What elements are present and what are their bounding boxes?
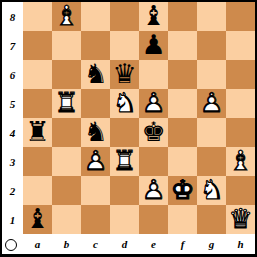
white-to-move-indicator [5, 239, 17, 251]
piece-white-queen[interactable]: ♛♕ [226, 205, 255, 234]
pawn-glyph-outline: ♙ [197, 89, 226, 118]
rank-label-7: 7 [2, 31, 23, 60]
file-label-c: c [81, 234, 110, 254]
king-glyph-outline: ♔ [168, 176, 197, 205]
piece-white-knight[interactable]: ♞♘ [197, 176, 226, 205]
file-label-e: e [139, 234, 168, 254]
square-e7[interactable]: ♟ [139, 31, 168, 60]
square-f6[interactable] [168, 60, 197, 89]
square-b6[interactable] [52, 60, 81, 89]
piece-white-rook[interactable]: ♜♖ [52, 89, 81, 118]
square-e3[interactable] [139, 147, 168, 176]
square-b2[interactable] [52, 176, 81, 205]
square-h5[interactable] [226, 89, 255, 118]
square-h2[interactable] [226, 176, 255, 205]
square-h7[interactable] [226, 31, 255, 60]
bishop-glyph: ♝ [139, 2, 168, 31]
rank-label-3: 3 [2, 147, 23, 176]
rook-glyph-outline: ♖ [52, 89, 81, 118]
knight-glyph-outline: ♘ [110, 89, 139, 118]
square-a5[interactable] [23, 89, 52, 118]
square-d8[interactable] [110, 2, 139, 31]
pawn-glyph-outline: ♙ [139, 89, 168, 118]
king-glyph: ♚ [139, 118, 168, 147]
rank-label-5: 5 [2, 89, 23, 118]
rook-glyph-outline: ♖ [110, 147, 139, 176]
piece-white-rook[interactable]: ♜♖ [110, 147, 139, 176]
file-label-h: h [226, 234, 255, 254]
square-c7[interactable] [81, 31, 110, 60]
pawn-glyph: ♟ [139, 31, 168, 60]
rank-label-8: 8 [2, 2, 23, 31]
bishop-glyph-outline: ♗ [52, 2, 81, 31]
square-a3[interactable] [23, 147, 52, 176]
file-label-a: a [23, 234, 52, 254]
piece-black-pawn[interactable]: ♟ [139, 31, 168, 60]
piece-white-bishop[interactable]: ♝♗ [226, 147, 255, 176]
queen-glyph: ♛ [110, 60, 139, 89]
square-h1[interactable]: ♛♕ [226, 205, 255, 234]
bishop-glyph-outline: ♗ [226, 147, 255, 176]
knight-glyph: ♞ [81, 118, 110, 147]
square-f4[interactable] [168, 118, 197, 147]
rook-glyph: ♜ [23, 118, 52, 147]
bishop-glyph: ♝ [23, 205, 52, 234]
rank-label-4: 4 [2, 118, 23, 147]
piece-black-king[interactable]: ♚ [139, 118, 168, 147]
square-e2[interactable]: ♟♙ [139, 176, 168, 205]
square-a1[interactable]: ♝ [23, 205, 52, 234]
rank-label-1: 1 [2, 205, 23, 234]
piece-black-knight[interactable]: ♞ [81, 118, 110, 147]
square-h8[interactable] [226, 2, 255, 31]
square-f5[interactable] [168, 89, 197, 118]
file-label-d: d [110, 234, 139, 254]
square-d4[interactable] [110, 118, 139, 147]
square-d1[interactable] [110, 205, 139, 234]
piece-white-king[interactable]: ♚♔ [168, 176, 197, 205]
square-d5[interactable]: ♞♘ [110, 89, 139, 118]
square-e5[interactable]: ♟♙ [139, 89, 168, 118]
piece-black-knight[interactable]: ♞ [81, 60, 110, 89]
square-b4[interactable] [52, 118, 81, 147]
pawn-glyph-outline: ♙ [139, 176, 168, 205]
piece-white-pawn[interactable]: ♟♙ [139, 176, 168, 205]
square-c5[interactable] [81, 89, 110, 118]
square-c4[interactable]: ♞ [81, 118, 110, 147]
square-d2[interactable] [110, 176, 139, 205]
square-h3[interactable]: ♝♗ [226, 147, 255, 176]
square-a2[interactable] [23, 176, 52, 205]
square-b3[interactable] [52, 147, 81, 176]
rank-label-6: 6 [2, 60, 23, 89]
square-b5[interactable]: ♜♖ [52, 89, 81, 118]
square-a8[interactable] [23, 2, 52, 31]
square-a4[interactable]: ♜ [23, 118, 52, 147]
knight-glyph: ♞ [81, 60, 110, 89]
file-label-b: b [52, 234, 81, 254]
square-b7[interactable] [52, 31, 81, 60]
file-label-g: g [197, 234, 226, 254]
piece-black-bishop[interactable]: ♝ [23, 205, 52, 234]
piece-white-bishop[interactable]: ♝♗ [52, 2, 81, 31]
pawn-glyph-outline: ♙ [81, 147, 110, 176]
square-f8[interactable] [168, 2, 197, 31]
square-g7[interactable] [197, 31, 226, 60]
square-g8[interactable] [197, 2, 226, 31]
square-e8[interactable]: ♝ [139, 2, 168, 31]
square-f2[interactable]: ♚♔ [168, 176, 197, 205]
square-c8[interactable] [81, 2, 110, 31]
piece-black-rook[interactable]: ♜ [23, 118, 52, 147]
square-c1[interactable] [81, 205, 110, 234]
square-h4[interactable] [226, 118, 255, 147]
piece-white-pawn[interactable]: ♟♙ [139, 89, 168, 118]
square-g3[interactable] [197, 147, 226, 176]
square-c6[interactable]: ♞ [81, 60, 110, 89]
knight-glyph-outline: ♘ [197, 176, 226, 205]
file-label-f: f [168, 234, 197, 254]
chess-diagram: ♝♗♝♟♞♛♜♖♞♘♟♙♟♙♜♞♚♟♙♜♖♝♗♟♙♚♔♞♘♝♛♕ 8765432… [0, 0, 257, 257]
square-a6[interactable] [23, 60, 52, 89]
square-e6[interactable] [139, 60, 168, 89]
square-c2[interactable] [81, 176, 110, 205]
rank-label-2: 2 [2, 176, 23, 205]
square-b8[interactable]: ♝♗ [52, 2, 81, 31]
square-d6[interactable]: ♛ [110, 60, 139, 89]
square-d7[interactable] [110, 31, 139, 60]
piece-white-knight[interactable]: ♞♘ [110, 89, 139, 118]
square-g2[interactable]: ♞♘ [197, 176, 226, 205]
square-g4[interactable] [197, 118, 226, 147]
square-e4[interactable]: ♚ [139, 118, 168, 147]
square-f1[interactable] [168, 205, 197, 234]
chessboard: ♝♗♝♟♞♛♜♖♞♘♟♙♟♙♜♞♚♟♙♜♖♝♗♟♙♚♔♞♘♝♛♕ [23, 2, 255, 234]
square-c3[interactable]: ♟♙ [81, 147, 110, 176]
square-g1[interactable] [197, 205, 226, 234]
square-d3[interactable]: ♜♖ [110, 147, 139, 176]
piece-white-pawn[interactable]: ♟♙ [197, 89, 226, 118]
piece-black-queen[interactable]: ♛ [110, 60, 139, 89]
piece-white-pawn[interactable]: ♟♙ [81, 147, 110, 176]
square-f3[interactable] [168, 147, 197, 176]
square-g5[interactable]: ♟♙ [197, 89, 226, 118]
square-g6[interactable] [197, 60, 226, 89]
square-e1[interactable] [139, 205, 168, 234]
square-f7[interactable] [168, 31, 197, 60]
square-a7[interactable] [23, 31, 52, 60]
square-h6[interactable] [226, 60, 255, 89]
piece-black-bishop[interactable]: ♝ [139, 2, 168, 31]
queen-glyph-outline: ♕ [226, 205, 255, 234]
square-b1[interactable] [52, 205, 81, 234]
